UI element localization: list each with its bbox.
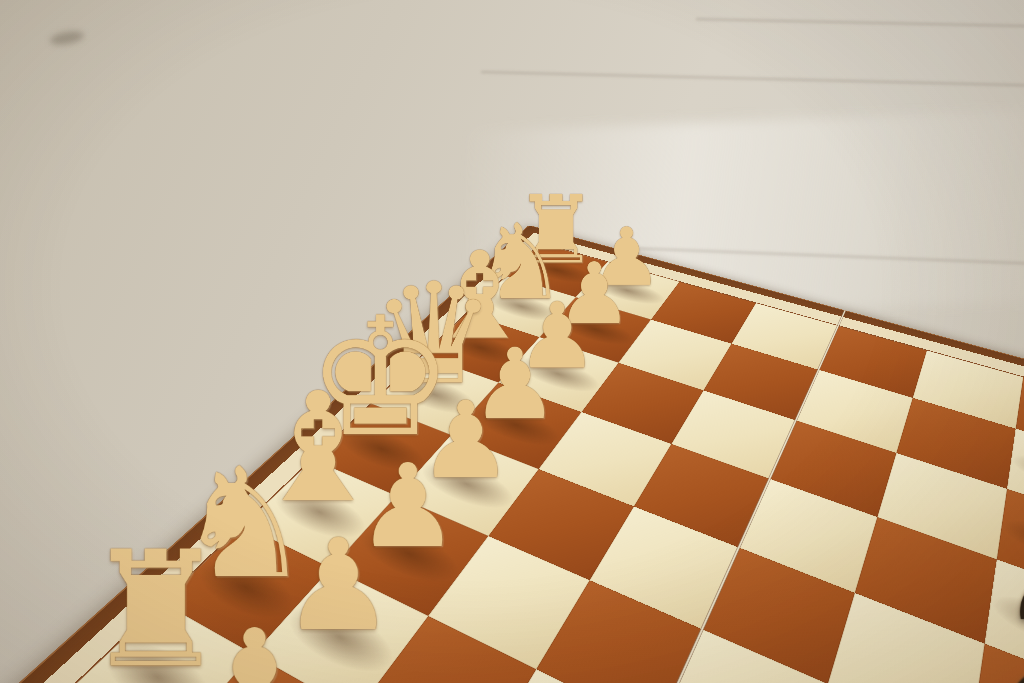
piece-shadow xyxy=(390,442,545,532)
piece-shadow xyxy=(500,247,614,295)
square-b7[interactable]: ♟ xyxy=(1007,429,1024,528)
piece-shadow xyxy=(988,435,1024,524)
bishop-icon: ♝ xyxy=(250,376,385,519)
square-a7[interactable]: ♟ xyxy=(1015,377,1024,462)
pawn-icon: ♟ xyxy=(1012,445,1024,553)
rook-icon: ♜ xyxy=(84,535,227,683)
square-b4[interactable] xyxy=(704,344,819,420)
pawn-icon: ♟ xyxy=(192,615,317,683)
square-a4[interactable] xyxy=(731,303,838,370)
piece-shadow xyxy=(417,318,545,380)
piece-shadow xyxy=(445,388,589,465)
board-squares: ♜♟♟♜♞♟♟♞♝♟♟♝♛♟♟♛♚♟♟♚♝♟♟♝♞♟♟♞♜♟♟♜ xyxy=(60,243,1024,683)
piece-shadow xyxy=(326,504,493,611)
piece-shadow xyxy=(568,266,686,318)
photo-scene: ♜♟♟♜♞♟♟♞♝♟♟♝♛♟♟♛♚♟♟♚♝♟♟♝♞♟♟♞♜♟♟♜ xyxy=(0,0,1024,683)
piece-shadow xyxy=(309,410,456,492)
square-f3[interactable] xyxy=(428,536,589,669)
square-b6[interactable] xyxy=(897,398,1016,489)
square-d2[interactable]: ♟ xyxy=(451,383,581,469)
board-frame: ♜♟♟♜♞♟♟♞♝♟♟♝♛♟♟♛♚♟♟♚♝♟♟♝♞♟♟♞♜♟♟♜ xyxy=(0,225,1024,683)
square-g1[interactable]: ♞ xyxy=(162,525,331,654)
chessboard: ♜♟♟♜♞♟♟♞♝♟♟♝♛♟♟♛♚♟♟♚♝♟♟♝♞♟♟♞♜♟♟♜ xyxy=(0,225,1024,683)
piece-shadow xyxy=(241,467,399,564)
square-g3[interactable] xyxy=(356,616,536,683)
pawn-icon: ♟ xyxy=(356,452,459,561)
piece-shadow xyxy=(492,342,626,409)
square-d7[interactable]: ♟ xyxy=(984,559,1024,683)
piece-shadow xyxy=(157,665,357,683)
square-g4[interactable] xyxy=(471,669,657,683)
square-a6[interactable] xyxy=(913,351,1023,429)
piece-shadow xyxy=(946,654,1024,683)
pawn-icon: ♟ xyxy=(1001,517,1024,636)
square-e5[interactable] xyxy=(702,547,855,683)
pawn-icon: ♟ xyxy=(517,293,599,379)
square-b1[interactable]: ♞ xyxy=(467,276,576,337)
square-c4[interactable] xyxy=(671,390,796,479)
square-d5[interactable] xyxy=(739,479,878,593)
square-e4[interactable] xyxy=(589,506,738,629)
square-c3[interactable] xyxy=(581,363,703,444)
square-c6[interactable] xyxy=(878,453,1007,559)
piece-shadow xyxy=(250,577,432,683)
piece-shadow xyxy=(998,383,1024,459)
pawn-icon: ♟ xyxy=(591,220,663,296)
king-icon: ♚ xyxy=(307,300,454,456)
square-a3[interactable] xyxy=(651,282,756,344)
square-b3[interactable] xyxy=(618,320,731,391)
square-c7[interactable]: ♟ xyxy=(997,489,1024,606)
square-c1[interactable]: ♝ xyxy=(423,313,540,382)
square-d4[interactable] xyxy=(634,444,770,548)
square-a1[interactable]: ♜ xyxy=(506,243,608,297)
queen-icon: ♛ xyxy=(371,268,496,400)
piece-shadow xyxy=(461,280,581,334)
square-e3[interactable] xyxy=(488,469,634,580)
pawn-icon: ♟ xyxy=(471,338,559,431)
knight-icon: ♞ xyxy=(474,213,567,312)
piece-shadow xyxy=(962,568,1024,683)
square-e7[interactable]: ♟ xyxy=(969,643,1024,683)
pawn-icon: ♟ xyxy=(282,526,395,646)
square-f5[interactable] xyxy=(658,629,828,683)
rook-icon: ♜ xyxy=(514,186,598,275)
hinge-seam xyxy=(498,310,847,683)
square-f2[interactable]: ♟ xyxy=(331,496,488,616)
pawn-icon: ♟ xyxy=(556,254,632,335)
square-f1[interactable]: ♝ xyxy=(244,460,396,568)
piece-shadow xyxy=(532,302,658,360)
square-c2[interactable]: ♟ xyxy=(499,337,619,412)
square-c5[interactable] xyxy=(770,420,897,517)
board-perspective: ♜♟♟♜♞♟♟♞♝♟♟♝♛♟♟♛♚♟♟♚♝♟♟♝♞♟♟♞♜♟♟♜ xyxy=(0,0,1024,683)
square-h1[interactable]: ♜ xyxy=(64,602,254,683)
square-e2[interactable]: ♟ xyxy=(396,435,538,536)
square-b5[interactable] xyxy=(796,370,913,453)
knight-icon: ♞ xyxy=(176,451,312,595)
board-margin: ♜♟♟♜♞♟♟♞♝♟♟♝♛♟♟♛♚♟♟♚♝♟♟♝♞♟♟♞♜♟♟♜ xyxy=(19,233,1024,683)
square-d3[interactable] xyxy=(538,412,671,506)
square-f4[interactable] xyxy=(536,580,702,683)
square-g2[interactable]: ♟ xyxy=(253,568,428,683)
piece-shadow xyxy=(976,496,1024,601)
piece-shadow xyxy=(367,361,504,432)
square-d6[interactable] xyxy=(855,517,996,643)
piece-shadow xyxy=(161,533,332,649)
pawn-icon: ♟ xyxy=(989,604,1024,683)
bishop-icon: ♝ xyxy=(426,239,534,354)
square-a5[interactable] xyxy=(819,326,927,398)
square-e6[interactable] xyxy=(828,593,984,683)
square-e1[interactable]: ♚ xyxy=(313,404,452,496)
square-a2[interactable]: ♟ xyxy=(576,262,679,320)
piece-shadow xyxy=(65,612,252,683)
pawn-icon: ♟ xyxy=(418,391,513,491)
square-h2[interactable]: ♟ xyxy=(159,654,356,683)
square-b2[interactable]: ♟ xyxy=(540,297,651,362)
square-d1[interactable]: ♛ xyxy=(372,356,499,435)
